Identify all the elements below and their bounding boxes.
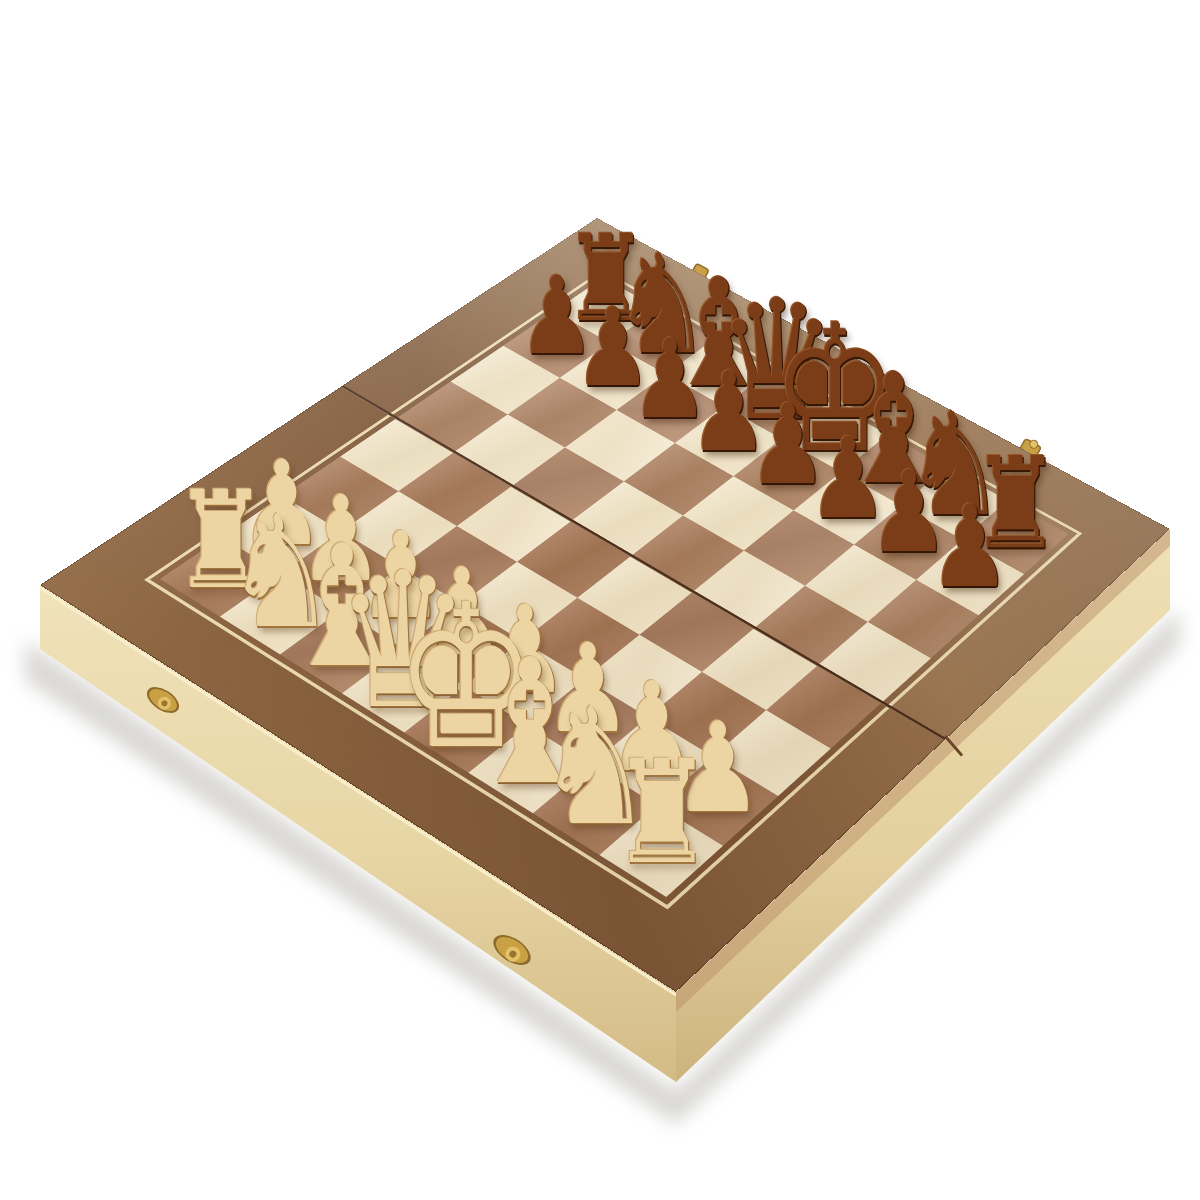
chess-set-product-photo: { "game": "chess", "scene": { "type": "p…: [0, 0, 1200, 1200]
